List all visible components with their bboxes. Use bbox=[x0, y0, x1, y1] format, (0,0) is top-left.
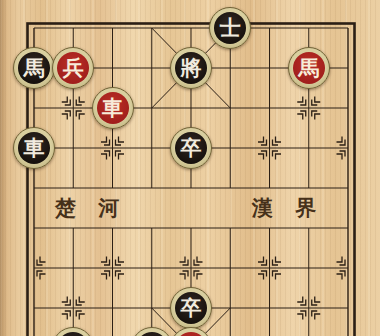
piece-black-advisor[interactable]: 士 bbox=[209, 7, 251, 49]
piece-black-general[interactable]: 將 bbox=[170, 47, 212, 89]
piece-black-soldier[interactable]: 卒 bbox=[170, 127, 212, 169]
black-piece-face: 馬 bbox=[18, 52, 50, 84]
red-piece-face: 馬 bbox=[293, 52, 325, 84]
black-piece-face bbox=[136, 332, 168, 336]
piece-red-horse[interactable]: 馬 bbox=[288, 47, 330, 89]
black-piece-face: 車 bbox=[18, 132, 50, 164]
piece-black-soldier-advanced[interactable]: 卒 bbox=[170, 287, 212, 329]
red-piece-face: 兵 bbox=[57, 52, 89, 84]
piece-black-horse[interactable]: 馬 bbox=[13, 47, 55, 89]
xiangqi-screen: 楚 河 漢 界 士馬兵將馬車車卒卒 bbox=[0, 0, 380, 336]
xiangqi-board[interactable]: 楚 河 漢 界 士馬兵將馬車車卒卒 bbox=[0, 0, 380, 336]
black-piece-face bbox=[57, 332, 89, 336]
piece-black-chariot[interactable]: 車 bbox=[13, 127, 55, 169]
red-piece-face bbox=[175, 332, 207, 336]
piece-red-chariot[interactable]: 車 bbox=[92, 87, 134, 129]
black-piece-face: 士 bbox=[214, 12, 246, 44]
black-piece-face: 卒 bbox=[175, 132, 207, 164]
black-piece-face: 將 bbox=[175, 52, 207, 84]
black-piece-face: 卒 bbox=[175, 292, 207, 324]
piece-red-soldier[interactable]: 兵 bbox=[52, 47, 94, 89]
red-piece-face: 車 bbox=[97, 92, 129, 124]
